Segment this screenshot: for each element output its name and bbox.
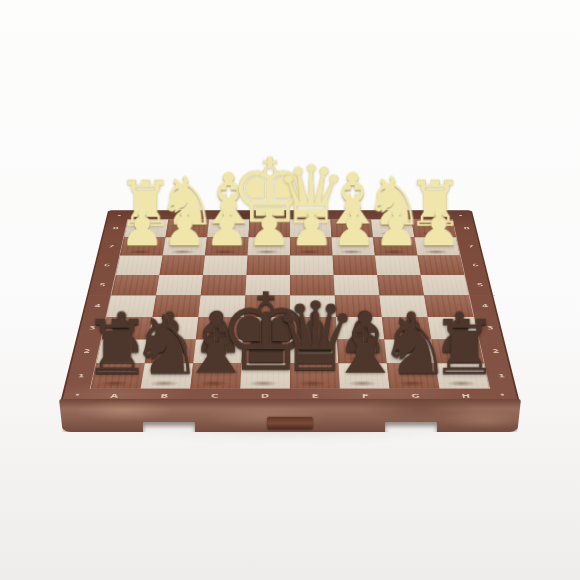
square-g6[interactable] xyxy=(375,256,421,275)
chess-board: ♜♞♝♚♛♝♞♜♟♟♟♟♟♟♟♟♟♟♟♟♟♟♟♟♜♞♝♚♛♝♞♜ ABCDEFG… xyxy=(60,210,520,403)
right-foot-notch xyxy=(385,422,437,433)
square-f6[interactable] xyxy=(332,256,377,275)
rank-label-right-8: 8 xyxy=(455,220,479,238)
square-b5[interactable] xyxy=(156,275,203,295)
piece-white-pawn-b7[interactable]: ♟ xyxy=(162,204,206,253)
square-g5[interactable] xyxy=(377,275,424,295)
square-f7[interactable]: ♟ xyxy=(331,237,375,255)
rank-label-right-4: 4 xyxy=(472,295,498,316)
scene: ♜♞♝♚♛♝♞♜♟♟♟♟♟♟♟♟♟♟♟♟♟♟♟♟♜♞♝♚♛♝♞♜ ABCDEFG… xyxy=(0,0,580,580)
left-foot-notch xyxy=(143,422,195,433)
rank-label-left-6: 6 xyxy=(94,256,119,275)
board-front-edge xyxy=(59,399,521,432)
frame-corner-dot xyxy=(76,394,80,396)
rank-label-left-8: 8 xyxy=(104,220,127,238)
rank-label-right-7: 7 xyxy=(459,237,483,255)
square-h5[interactable] xyxy=(421,275,469,295)
piece-white-pawn-c7[interactable]: ♟ xyxy=(204,204,248,253)
rank-label-left-5: 5 xyxy=(89,275,115,295)
board-grid: ♜♞♝♚♛♝♞♜♟♟♟♟♟♟♟♟♟♟♟♟♟♟♟♟♜♞♝♚♛♝♞♜ xyxy=(91,220,489,389)
square-a5[interactable] xyxy=(111,275,159,295)
square-b6[interactable] xyxy=(159,256,205,275)
rank-label-right-6: 6 xyxy=(463,256,488,275)
square-a7[interactable]: ♟ xyxy=(120,237,166,255)
square-c7[interactable]: ♟ xyxy=(205,237,249,255)
rank-label-right-1: 1 xyxy=(487,363,516,388)
square-a6[interactable] xyxy=(116,256,163,275)
case-latch xyxy=(267,416,313,429)
piece-white-pawn-h7[interactable]: ♟ xyxy=(416,204,460,253)
square-h7[interactable]: ♟ xyxy=(414,237,460,255)
square-d7[interactable]: ♟ xyxy=(248,237,290,255)
square-g7[interactable]: ♟ xyxy=(373,237,418,255)
piece-white-pawn-a7[interactable]: ♟ xyxy=(120,204,164,253)
square-e7[interactable]: ♟ xyxy=(290,237,332,255)
piece-white-pawn-e7[interactable]: ♟ xyxy=(289,204,333,253)
frame-corner-dot xyxy=(500,394,504,396)
rank-label-left-7: 7 xyxy=(99,237,123,255)
rank-label-right-5: 5 xyxy=(467,275,493,295)
square-b7[interactable]: ♟ xyxy=(163,237,208,255)
rank-label-right-2: 2 xyxy=(482,339,510,363)
square-h6[interactable] xyxy=(417,256,464,275)
square-h1[interactable]: ♜ xyxy=(435,363,489,388)
piece-white-pawn-f7[interactable]: ♟ xyxy=(331,204,375,253)
piece-white-pawn-g7[interactable]: ♟ xyxy=(374,204,418,253)
piece-white-pawn-d7[interactable]: ♟ xyxy=(247,204,291,253)
rank-label-right-3: 3 xyxy=(477,317,504,340)
